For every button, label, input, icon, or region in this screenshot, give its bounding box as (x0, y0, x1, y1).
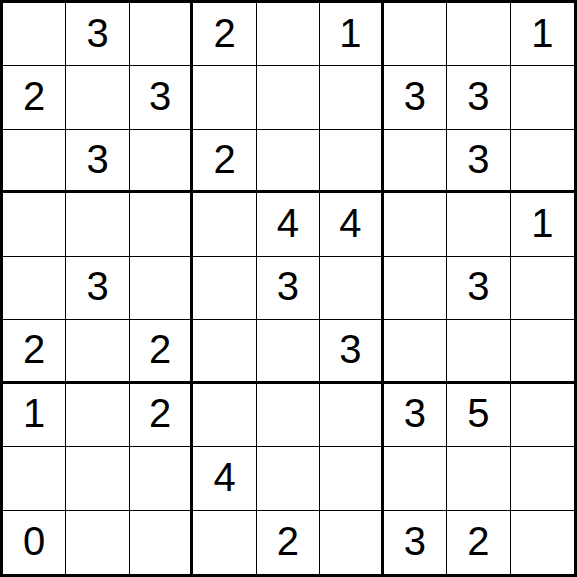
clue-cell-r8c4: 4 (193, 447, 256, 510)
empty-cell-r3c6[interactable] (320, 130, 383, 193)
empty-cell-r8c2[interactable] (66, 447, 129, 510)
clue-cell-r4c5: 4 (257, 193, 320, 256)
clue-cell-r2c8: 3 (447, 66, 510, 129)
clue-cell-r5c8: 3 (447, 257, 510, 320)
empty-cell-r4c7[interactable] (384, 193, 447, 256)
empty-cell-r7c4[interactable] (193, 384, 256, 447)
empty-cell-r4c1[interactable] (3, 193, 66, 256)
clue-cell-r2c3: 3 (130, 66, 193, 129)
clue-cell-r6c6: 3 (320, 320, 383, 383)
empty-cell-r6c4[interactable] (193, 320, 256, 383)
empty-cell-r2c2[interactable] (66, 66, 129, 129)
empty-cell-r9c3[interactable] (130, 511, 193, 574)
empty-cell-r1c1[interactable] (3, 3, 66, 66)
empty-cell-r4c3[interactable] (130, 193, 193, 256)
empty-cell-r3c9[interactable] (511, 130, 574, 193)
empty-cell-r3c7[interactable] (384, 130, 447, 193)
clue-cell-r3c4: 2 (193, 130, 256, 193)
empty-cell-r2c5[interactable] (257, 66, 320, 129)
empty-cell-r2c4[interactable] (193, 66, 256, 129)
empty-cell-r9c4[interactable] (193, 511, 256, 574)
empty-cell-r7c6[interactable] (320, 384, 383, 447)
empty-cell-r1c5[interactable] (257, 3, 320, 66)
clue-cell-r9c1: 0 (3, 511, 66, 574)
empty-cell-r8c1[interactable] (3, 447, 66, 510)
empty-cell-r7c5[interactable] (257, 384, 320, 447)
clue-cell-r7c1: 1 (3, 384, 66, 447)
empty-cell-r5c9[interactable] (511, 257, 574, 320)
empty-cell-r6c5[interactable] (257, 320, 320, 383)
empty-cell-r6c2[interactable] (66, 320, 129, 383)
clue-cell-r1c9: 1 (511, 3, 574, 66)
empty-cell-r8c5[interactable] (257, 447, 320, 510)
empty-cell-r3c3[interactable] (130, 130, 193, 193)
clue-cell-r3c2: 3 (66, 130, 129, 193)
empty-cell-r9c2[interactable] (66, 511, 129, 574)
empty-cell-r4c4[interactable] (193, 193, 256, 256)
clue-cell-r5c5: 3 (257, 257, 320, 320)
empty-cell-r9c6[interactable] (320, 511, 383, 574)
puzzle-board: 32112333323441333223123540232 (0, 0, 577, 577)
empty-cell-r1c7[interactable] (384, 3, 447, 66)
empty-cell-r6c7[interactable] (384, 320, 447, 383)
empty-cell-r6c9[interactable] (511, 320, 574, 383)
empty-cell-r8c7[interactable] (384, 447, 447, 510)
empty-cell-r4c8[interactable] (447, 193, 510, 256)
empty-cell-r8c3[interactable] (130, 447, 193, 510)
empty-cell-r3c1[interactable] (3, 130, 66, 193)
clue-cell-r9c7: 3 (384, 511, 447, 574)
clue-cell-r5c2: 3 (66, 257, 129, 320)
empty-cell-r8c6[interactable] (320, 447, 383, 510)
clue-cell-r7c3: 2 (130, 384, 193, 447)
clue-cell-r4c6: 4 (320, 193, 383, 256)
clue-cell-r1c6: 1 (320, 3, 383, 66)
clue-cell-r3c8: 3 (447, 130, 510, 193)
clue-cell-r1c2: 3 (66, 3, 129, 66)
clue-cell-r7c7: 3 (384, 384, 447, 447)
empty-cell-r9c9[interactable] (511, 511, 574, 574)
clue-cell-r1c4: 2 (193, 3, 256, 66)
clue-cell-r2c1: 2 (3, 66, 66, 129)
empty-cell-r4c2[interactable] (66, 193, 129, 256)
empty-cell-r2c9[interactable] (511, 66, 574, 129)
empty-cell-r5c3[interactable] (130, 257, 193, 320)
empty-cell-r1c3[interactable] (130, 3, 193, 66)
empty-cell-r1c8[interactable] (447, 3, 510, 66)
empty-cell-r7c2[interactable] (66, 384, 129, 447)
clue-cell-r4c9: 1 (511, 193, 574, 256)
clue-cell-r9c8: 2 (447, 511, 510, 574)
clue-cell-r6c1: 2 (3, 320, 66, 383)
empty-cell-r5c1[interactable] (3, 257, 66, 320)
empty-cell-r6c8[interactable] (447, 320, 510, 383)
clue-cell-r2c7: 3 (384, 66, 447, 129)
empty-cell-r2c6[interactable] (320, 66, 383, 129)
empty-cell-r3c5[interactable] (257, 130, 320, 193)
empty-cell-r5c7[interactable] (384, 257, 447, 320)
clue-cell-r9c5: 2 (257, 511, 320, 574)
empty-cell-r8c8[interactable] (447, 447, 510, 510)
clue-cell-r6c3: 2 (130, 320, 193, 383)
empty-cell-r5c4[interactable] (193, 257, 256, 320)
clue-cell-r7c8: 5 (447, 384, 510, 447)
empty-cell-r8c9[interactable] (511, 447, 574, 510)
empty-cell-r5c6[interactable] (320, 257, 383, 320)
empty-cell-r7c9[interactable] (511, 384, 574, 447)
